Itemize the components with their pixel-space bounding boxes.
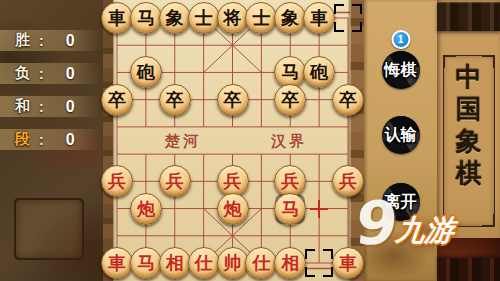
- title-char: 国: [456, 96, 482, 122]
- piece-black-马-b1[interactable]: 马: [130, 2, 162, 34]
- piece-red-仕-d10[interactable]: 仕: [188, 247, 220, 279]
- draws-label: 和: [15, 97, 39, 116]
- piece-red-車-i10[interactable]: 車: [332, 247, 364, 279]
- piece-black-象-c1[interactable]: 象: [159, 2, 191, 34]
- resign-label: 认输: [385, 125, 417, 146]
- draws-value: 0: [66, 98, 75, 116]
- leave-button[interactable]: 离开: [371, 174, 431, 230]
- piece-red-炮-e8[interactable]: 炮: [217, 193, 249, 225]
- bracket-dark-marker-h10: [305, 249, 333, 277]
- scroll-roller-bottom: [437, 258, 500, 281]
- scroll-roller-top: [437, 2, 500, 31]
- title-banner-scroll: 中 国 象 棋: [437, 0, 500, 281]
- piece-red-兵-i7[interactable]: 兵: [332, 165, 364, 197]
- piece-black-卒-e4[interactable]: 卒: [217, 84, 249, 116]
- stat-row-wins: 胜 : 0: [0, 30, 100, 51]
- rank-value: 0: [66, 131, 75, 149]
- piece-black-卒-a4[interactable]: 卒: [101, 84, 133, 116]
- wins-value: 0: [66, 32, 75, 50]
- river-label-left: 楚河: [165, 132, 201, 151]
- piece-black-車-h1[interactable]: 車: [303, 2, 335, 34]
- board-grid: [103, 0, 364, 281]
- piece-red-兵-c7[interactable]: 兵: [159, 165, 191, 197]
- xiangqi-board[interactable]: 楚河 汉界 車马象士将士象車砲马砲卒卒卒卒卒兵兵兵兵兵炮炮马車马相仕帅仕相車: [103, 0, 364, 281]
- undo-badge: 1: [391, 30, 410, 49]
- piece-red-马-b10[interactable]: 马: [130, 247, 162, 279]
- piece-black-士-d1[interactable]: 士: [188, 2, 220, 34]
- colon: :: [39, 66, 44, 82]
- piece-red-炮-b8[interactable]: 炮: [130, 193, 162, 225]
- title-char: 象: [456, 128, 482, 154]
- piece-black-象-g1[interactable]: 象: [274, 2, 306, 34]
- colon: :: [39, 99, 44, 115]
- control-panel: 1 悔棋 认输 离开: [364, 0, 437, 281]
- wins-label: 胜: [15, 31, 39, 50]
- piece-black-卒-g4[interactable]: 卒: [274, 84, 306, 116]
- crosshair-marker-h8: [310, 200, 328, 218]
- rank-label: 段: [15, 130, 39, 149]
- piece-black-卒-c4[interactable]: 卒: [159, 84, 191, 116]
- piece-black-車-a1[interactable]: 車: [101, 2, 133, 34]
- piece-red-仕-f10[interactable]: 仕: [245, 247, 277, 279]
- app-title-vertical: 中 国 象 棋: [437, 64, 500, 186]
- resign-button[interactable]: 认输: [371, 107, 431, 163]
- piece-black-砲-h3[interactable]: 砲: [303, 56, 335, 88]
- board-frame-left: [103, 0, 113, 281]
- piece-red-马-g8[interactable]: 马: [274, 193, 306, 225]
- stat-row-rank: 段 : 0: [0, 129, 100, 150]
- piece-red-相-c10[interactable]: 相: [159, 247, 191, 279]
- losses-label: 负: [15, 64, 39, 83]
- undo-label: 悔棋: [385, 60, 417, 81]
- undo-button[interactable]: 1 悔棋: [371, 42, 431, 98]
- colon: :: [39, 33, 44, 49]
- stat-row-losses: 负 : 0: [0, 63, 100, 84]
- river-label-right: 汉界: [271, 132, 307, 151]
- piece-black-砲-b3[interactable]: 砲: [130, 56, 162, 88]
- piece-red-相-g10[interactable]: 相: [274, 247, 306, 279]
- xiangqi-app-window: 胜 : 0 负 : 0 和 : 0 段 : 0 楚河 汉界 車马象士将士象車砲马…: [0, 0, 500, 281]
- leave-label: 离开: [385, 192, 417, 213]
- piece-black-士-f1[interactable]: 士: [245, 2, 277, 34]
- colon: :: [39, 132, 44, 148]
- stat-row-draws: 和 : 0: [0, 96, 100, 117]
- decorative-seal-frame: [14, 198, 84, 260]
- losses-value: 0: [66, 65, 75, 83]
- piece-red-帅-e10[interactable]: 帅: [217, 247, 249, 279]
- piece-black-卒-i4[interactable]: 卒: [332, 84, 364, 116]
- piece-red-兵-a7[interactable]: 兵: [101, 165, 133, 197]
- piece-black-将-e1[interactable]: 将: [217, 2, 249, 34]
- bracket-red-marker-i1: [334, 4, 362, 32]
- title-char: 棋: [456, 160, 482, 186]
- board-frame-right: [350, 0, 364, 281]
- piece-red-車-a10[interactable]: 車: [101, 247, 133, 279]
- stats-sidebar: 胜 : 0 负 : 0 和 : 0 段 : 0: [0, 0, 103, 281]
- title-char: 中: [456, 64, 482, 90]
